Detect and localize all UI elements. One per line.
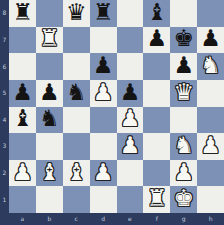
- rank-label-8: 8: [0, 0, 9, 27]
- square-e7[interactable]: [117, 27, 144, 54]
- black-knight-b4: ♞: [39, 107, 60, 130]
- white-bishop-c2: ♝: [66, 161, 87, 184]
- square-d8[interactable]: ♜: [90, 0, 117, 27]
- square-b8[interactable]: [36, 0, 63, 27]
- square-e1[interactable]: [117, 186, 144, 213]
- square-d5[interactable]: ♟: [90, 80, 117, 107]
- square-f8[interactable]: ♝: [143, 0, 170, 27]
- square-a2[interactable]: ♟: [9, 160, 36, 187]
- square-g4[interactable]: [170, 107, 197, 134]
- square-d4[interactable]: [90, 107, 117, 134]
- square-h2[interactable]: [197, 160, 224, 187]
- square-d3[interactable]: [90, 133, 117, 160]
- file-label-e: e: [117, 213, 144, 225]
- white-bishop-b2: ♝: [39, 161, 60, 184]
- rank-label-6: 6: [0, 53, 9, 80]
- file-label-c: c: [63, 213, 90, 225]
- square-a8[interactable]: ♜: [9, 0, 36, 27]
- rank-label-4: 4: [0, 107, 9, 134]
- square-c8[interactable]: ♛: [63, 0, 90, 27]
- file-label-b: b: [36, 213, 63, 225]
- file-label-a: a: [9, 213, 36, 225]
- white-pawn-h3: ♟: [200, 134, 221, 157]
- chess-board: ♜♛♜♝♜♟♚♟♟♟♞♟♟♞♟♟♛♝♞♟♟♞♟♟♝♝♟♟♜♚: [9, 0, 224, 213]
- square-d7[interactable]: [90, 27, 117, 54]
- square-f7[interactable]: ♟: [143, 27, 170, 54]
- square-h7[interactable]: ♟: [197, 27, 224, 54]
- square-g8[interactable]: [170, 0, 197, 27]
- square-g5[interactable]: ♛: [170, 80, 197, 107]
- square-f6[interactable]: [143, 53, 170, 80]
- square-e4[interactable]: ♟: [117, 107, 144, 134]
- file-label-d: d: [90, 213, 117, 225]
- square-f2[interactable]: [143, 160, 170, 187]
- black-bishop-f8: ♝: [147, 1, 168, 24]
- square-e8[interactable]: [117, 0, 144, 27]
- black-pawn-b5: ♟: [39, 81, 60, 104]
- square-b4[interactable]: ♞: [36, 107, 63, 134]
- white-queen-g5: ♛: [173, 81, 194, 104]
- white-rook-f1: ♜: [147, 187, 168, 210]
- black-rook-a8: ♜: [12, 1, 33, 24]
- square-g3[interactable]: ♞: [170, 133, 197, 160]
- square-a7[interactable]: [9, 27, 36, 54]
- square-a5[interactable]: ♟: [9, 80, 36, 107]
- square-c7[interactable]: [63, 27, 90, 54]
- square-h1[interactable]: [197, 186, 224, 213]
- square-a6[interactable]: [9, 53, 36, 80]
- file-label-f: f: [143, 213, 170, 225]
- black-pawn-f7: ♟: [147, 27, 168, 50]
- square-e6[interactable]: [117, 53, 144, 80]
- square-d1[interactable]: [90, 186, 117, 213]
- square-b2[interactable]: ♝: [36, 160, 63, 187]
- black-pawn-h7: ♟: [200, 27, 221, 50]
- square-f3[interactable]: [143, 133, 170, 160]
- black-king-g7: ♚: [173, 27, 194, 50]
- square-g2[interactable]: ♟: [170, 160, 197, 187]
- file-label-h: h: [197, 213, 224, 225]
- white-knight-h6: ♞: [200, 54, 221, 77]
- square-g1[interactable]: ♚: [170, 186, 197, 213]
- square-c2[interactable]: ♝: [63, 160, 90, 187]
- file-label-g: g: [170, 213, 197, 225]
- black-rook-d8: ♜: [93, 1, 114, 24]
- square-h4[interactable]: [197, 107, 224, 134]
- black-queen-c8: ♛: [66, 1, 87, 24]
- square-g6[interactable]: ♟: [170, 53, 197, 80]
- black-pawn-d6: ♟: [93, 54, 114, 77]
- rank-coordinates: 87654321: [0, 0, 9, 213]
- white-knight-g3: ♞: [173, 134, 194, 157]
- rank-label-1: 1: [0, 186, 9, 213]
- white-pawn-g2: ♟: [173, 161, 194, 184]
- square-c1[interactable]: [63, 186, 90, 213]
- black-pawn-a5: ♟: [12, 81, 33, 104]
- black-pawn-g6: ♟: [173, 54, 194, 77]
- square-e5[interactable]: ♟: [117, 80, 144, 107]
- square-d2[interactable]: ♟: [90, 160, 117, 187]
- square-b3[interactable]: [36, 133, 63, 160]
- square-h3[interactable]: ♟: [197, 133, 224, 160]
- square-b5[interactable]: ♟: [36, 80, 63, 107]
- square-c6[interactable]: [63, 53, 90, 80]
- black-bishop-a4: ♝: [12, 107, 33, 130]
- square-a4[interactable]: ♝: [9, 107, 36, 134]
- white-pawn-d5: ♟: [93, 81, 114, 104]
- square-c3[interactable]: [63, 133, 90, 160]
- rank-label-3: 3: [0, 133, 9, 160]
- square-c4[interactable]: [63, 107, 90, 134]
- rank-label-7: 7: [0, 27, 9, 54]
- square-h8[interactable]: [197, 0, 224, 27]
- square-f4[interactable]: [143, 107, 170, 134]
- white-pawn-e3: ♟: [120, 134, 141, 157]
- file-coordinates: abcdefgh: [9, 213, 224, 225]
- square-d6[interactable]: ♟: [90, 53, 117, 80]
- square-a1[interactable]: [9, 186, 36, 213]
- white-king-g1: ♚: [173, 187, 194, 210]
- square-b1[interactable]: [36, 186, 63, 213]
- square-g7[interactable]: ♚: [170, 27, 197, 54]
- black-pawn-e5: ♟: [120, 81, 141, 104]
- square-c5[interactable]: ♞: [63, 80, 90, 107]
- white-pawn-a2: ♟: [12, 161, 33, 184]
- square-e2[interactable]: [117, 160, 144, 187]
- rank-label-5: 5: [0, 80, 9, 107]
- black-knight-c5: ♞: [66, 81, 87, 104]
- square-h5[interactable]: [197, 80, 224, 107]
- white-rook-b7: ♜: [39, 27, 60, 50]
- white-pawn-e4: ♟: [120, 107, 141, 130]
- square-e3[interactable]: ♟: [117, 133, 144, 160]
- square-f1[interactable]: ♜: [143, 186, 170, 213]
- rank-label-2: 2: [0, 160, 9, 187]
- square-b6[interactable]: [36, 53, 63, 80]
- square-a3[interactable]: [9, 133, 36, 160]
- chess-diagram: 87654321 ♜♛♜♝♜♟♚♟♟♟♞♟♟♞♟♟♛♝♞♟♟♞♟♟♝♝♟♟♜♚ …: [0, 0, 224, 225]
- white-pawn-d2: ♟: [93, 161, 114, 184]
- square-h6[interactable]: ♞: [197, 53, 224, 80]
- square-b7[interactable]: ♜: [36, 27, 63, 54]
- square-f5[interactable]: [143, 80, 170, 107]
